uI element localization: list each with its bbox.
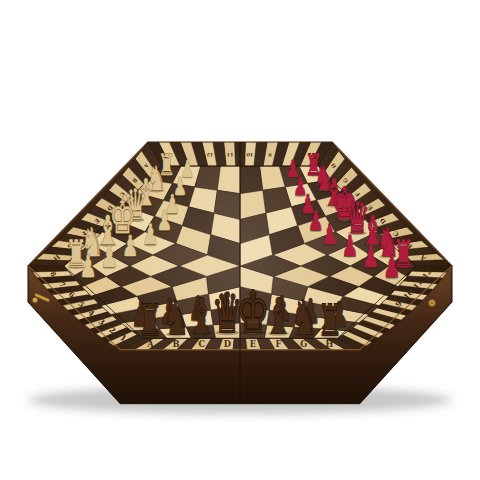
piece-red-pawn[interactable]: ♟ [321, 218, 337, 251]
piece-glyph: ♟ [122, 228, 139, 262]
piece-red-pawn[interactable]: ♟ [383, 249, 401, 285]
piece-glyph: ♝ [187, 288, 215, 345]
coordinate-label: 11 [227, 152, 234, 158]
piece-brown-knight[interactable]: ♞ [291, 290, 318, 345]
piece-brown-bishop[interactable]: ♝ [187, 288, 215, 345]
piece-glyph: ♟ [321, 218, 337, 251]
coordinate-label: 12 [207, 152, 214, 158]
piece-brown-knight[interactable]: ♞ [162, 290, 189, 345]
coordinate-label: 10 [246, 152, 253, 158]
piece-white-pawn[interactable]: ♟ [142, 218, 158, 251]
piece-glyph: ♟ [362, 239, 379, 273]
piece-glyph: ♟ [383, 249, 401, 285]
piece-glyph: ♟ [156, 205, 172, 236]
piece-glyph: ♞ [162, 290, 189, 345]
piece-brown-rook[interactable]: ♜ [137, 294, 162, 345]
piece-brown-bishop[interactable]: ♝ [264, 288, 292, 345]
piece-white-pawn[interactable]: ♟ [156, 205, 172, 236]
piece-white-pawn[interactable]: ♟ [122, 228, 139, 262]
piece-glyph: ♞ [291, 290, 318, 345]
piece-red-pawn[interactable]: ♟ [362, 239, 379, 273]
three-player-chess-board: ABCDEFGH9101112ABCDEFGH87654321ABCDEFGH9… [0, 0, 480, 480]
piece-glyph: ♝ [264, 288, 292, 345]
piece-white-pawn[interactable]: ♟ [79, 249, 97, 285]
brass-clasp-rosette [429, 300, 436, 307]
piece-glyph: ♟ [101, 239, 118, 273]
piece-glyph: ♟ [79, 249, 97, 285]
piece-red-pawn[interactable]: ♟ [341, 228, 358, 262]
piece-glyph: ♟ [341, 228, 358, 262]
piece-glyph: ♜ [317, 294, 342, 345]
piece-brown-rook[interactable]: ♜ [317, 294, 342, 345]
piece-glyph: ♟ [142, 218, 158, 251]
piece-white-pawn[interactable]: ♟ [101, 239, 118, 273]
three-player-chess-photo: ABCDEFGH9101112ABCDEFGH87654321ABCDEFGH9… [0, 0, 480, 480]
piece-glyph: ♜ [137, 294, 162, 345]
